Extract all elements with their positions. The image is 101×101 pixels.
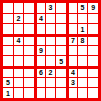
- cell-r5c7[interactable]: [67, 46, 77, 56]
- cell-r4c4[interactable]: [35, 35, 45, 45]
- cell-r2c6[interactable]: [56, 14, 66, 24]
- cell-r6c5[interactable]: [46, 56, 56, 66]
- cell-r7c1[interactable]: [3, 67, 13, 77]
- cell-r6c9[interactable]: [88, 56, 98, 66]
- cell-r8c7[interactable]: 3: [67, 78, 77, 88]
- cell-r9c9[interactable]: [88, 88, 98, 98]
- cell-r6c7[interactable]: [67, 56, 77, 66]
- cell-r9c7[interactable]: [67, 88, 77, 98]
- cell-r3c8[interactable]: 1: [78, 24, 88, 34]
- cell-r6c4[interactable]: [35, 56, 45, 66]
- cell-r9c5[interactable]: [46, 88, 56, 98]
- cell-r2c9[interactable]: [88, 14, 98, 24]
- cell-r8c2[interactable]: [14, 78, 24, 88]
- cell-r4c7[interactable]: 7: [67, 35, 77, 45]
- cell-r5c2[interactable]: [14, 46, 24, 56]
- cell-r7c2[interactable]: [14, 67, 24, 77]
- cell-r3c6[interactable]: [56, 24, 66, 34]
- cell-r3c7[interactable]: [67, 24, 77, 34]
- cell-r2c5[interactable]: [46, 14, 56, 24]
- cell-r1c6[interactable]: [56, 3, 66, 13]
- cell-r1c8[interactable]: 5: [78, 3, 88, 13]
- cell-r4c2[interactable]: 4: [14, 35, 24, 45]
- cell-r3c3[interactable]: [24, 24, 34, 34]
- cell-r3c2[interactable]: [14, 24, 24, 34]
- cell-r9c4[interactable]: [35, 88, 45, 98]
- cell-r4c1[interactable]: [3, 35, 13, 45]
- cell-r8c3[interactable]: [24, 78, 34, 88]
- cell-r7c3[interactable]: [24, 67, 34, 77]
- cell-r8c5[interactable]: [46, 78, 56, 88]
- cell-r1c4[interactable]: [35, 3, 45, 13]
- cell-r7c9[interactable]: [88, 67, 98, 77]
- cell-r2c1[interactable]: [3, 14, 13, 24]
- cell-r1c3[interactable]: [24, 3, 34, 13]
- cell-r8c1[interactable]: 5: [3, 78, 13, 88]
- cell-r3c1[interactable]: [3, 24, 13, 34]
- cell-r6c3[interactable]: [24, 56, 34, 66]
- cell-r2c8[interactable]: [78, 14, 88, 24]
- sudoku-board: 35924147895624531: [0, 0, 101, 101]
- cell-r2c7[interactable]: [67, 14, 77, 24]
- cell-r9c2[interactable]: [14, 88, 24, 98]
- cell-r2c2[interactable]: 2: [14, 14, 24, 24]
- cell-r7c8[interactable]: [78, 67, 88, 77]
- cell-r5c9[interactable]: [88, 46, 98, 56]
- cell-r1c9[interactable]: 9: [88, 3, 98, 13]
- cell-r8c6[interactable]: [56, 78, 66, 88]
- cell-r2c4[interactable]: 4: [35, 14, 45, 24]
- cell-r5c8[interactable]: [78, 46, 88, 56]
- cell-r6c8[interactable]: [78, 56, 88, 66]
- cell-r4c3[interactable]: [24, 35, 34, 45]
- cell-r4c6[interactable]: [56, 35, 66, 45]
- cell-r7c5[interactable]: 2: [46, 67, 56, 77]
- cell-r3c4[interactable]: [35, 24, 45, 34]
- cell-r5c4[interactable]: 9: [35, 46, 45, 56]
- cell-r6c2[interactable]: [14, 56, 24, 66]
- cell-r7c7[interactable]: 4: [67, 67, 77, 77]
- cell-r2c3[interactable]: [24, 14, 34, 24]
- cell-r3c9[interactable]: [88, 24, 98, 34]
- cell-r1c5[interactable]: 3: [46, 3, 56, 13]
- cell-r6c6[interactable]: 5: [56, 56, 66, 66]
- cell-r9c8[interactable]: [78, 88, 88, 98]
- cell-r7c4[interactable]: 6: [35, 67, 45, 77]
- cell-r4c5[interactable]: [46, 35, 56, 45]
- cell-r6c1[interactable]: [3, 56, 13, 66]
- cell-r8c4[interactable]: [35, 78, 45, 88]
- cell-r5c1[interactable]: [3, 46, 13, 56]
- cell-r7c6[interactable]: [56, 67, 66, 77]
- cell-r4c9[interactable]: [88, 35, 98, 45]
- cell-r4c8[interactable]: 8: [78, 35, 88, 45]
- cell-r9c1[interactable]: 1: [3, 88, 13, 98]
- cell-r9c3[interactable]: [24, 88, 34, 98]
- cell-r9c6[interactable]: [56, 88, 66, 98]
- cell-r1c2[interactable]: [14, 3, 24, 13]
- cell-r5c6[interactable]: [56, 46, 66, 56]
- cell-r1c1[interactable]: [3, 3, 13, 13]
- cell-r8c8[interactable]: [78, 78, 88, 88]
- cell-r8c9[interactable]: [88, 78, 98, 88]
- cell-r5c5[interactable]: [46, 46, 56, 56]
- cell-r3c5[interactable]: [46, 24, 56, 34]
- cell-r1c7[interactable]: [67, 3, 77, 13]
- cell-r5c3[interactable]: [24, 46, 34, 56]
